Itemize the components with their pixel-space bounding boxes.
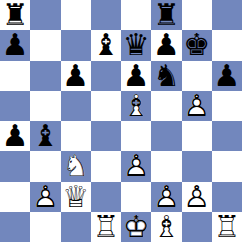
square-h1[interactable]: ♜♖ (212, 212, 242, 242)
square-b4[interactable]: ♝ (30, 121, 60, 151)
square-a6[interactable] (0, 61, 30, 91)
square-a4[interactable]: ♟ (0, 121, 30, 151)
square-g4[interactable] (182, 121, 212, 151)
square-f2[interactable]: ♟♙ (151, 182, 181, 212)
piece-white-pawn: ♙ (182, 91, 212, 121)
square-c2[interactable]: ♛♕ (61, 182, 91, 212)
square-g3[interactable] (182, 151, 212, 181)
piece-black-pawn: ♟ (61, 61, 91, 91)
square-e7[interactable]: ♛ (121, 30, 151, 60)
square-d8[interactable] (91, 0, 121, 30)
square-g2[interactable]: ♟♙ (182, 182, 212, 212)
square-b7[interactable] (30, 30, 60, 60)
square-h7[interactable] (212, 30, 242, 60)
square-d4[interactable] (91, 121, 121, 151)
square-e5[interactable]: ♝♗ (121, 91, 151, 121)
square-g1[interactable] (182, 212, 212, 242)
piece-white-bishop: ♗ (121, 91, 151, 121)
square-h8[interactable] (212, 0, 242, 30)
square-e4[interactable] (121, 121, 151, 151)
square-f5[interactable] (151, 91, 181, 121)
square-b5[interactable] (30, 91, 60, 121)
square-h4[interactable] (212, 121, 242, 151)
square-g8[interactable] (182, 0, 212, 30)
square-f1[interactable]: ♝♗ (151, 212, 181, 242)
square-g5[interactable]: ♟♙ (182, 91, 212, 121)
square-a3[interactable] (0, 151, 30, 181)
piece-black-pawn: ♟ (121, 61, 151, 91)
piece-white-pawn: ♙ (30, 182, 60, 212)
square-d2[interactable] (91, 182, 121, 212)
piece-white-rook: ♖ (91, 212, 121, 242)
square-c4[interactable] (61, 121, 91, 151)
square-b2[interactable]: ♟♙ (30, 182, 60, 212)
square-c3[interactable]: ♞♘ (61, 151, 91, 181)
square-g6[interactable] (182, 61, 212, 91)
square-f6[interactable]: ♞ (151, 61, 181, 91)
square-e3[interactable]: ♟♙ (121, 151, 151, 181)
piece-white-rook: ♖ (212, 212, 242, 242)
piece-black-rook: ♜ (0, 0, 30, 30)
piece-white-knight: ♘ (61, 151, 91, 181)
piece-black-queen: ♛ (121, 30, 151, 60)
square-e6[interactable]: ♟ (121, 61, 151, 91)
piece-white-bishop: ♗ (151, 212, 181, 242)
square-f3[interactable] (151, 151, 181, 181)
piece-black-bishop: ♝ (30, 121, 60, 151)
square-d6[interactable] (91, 61, 121, 91)
square-h5[interactable] (212, 91, 242, 121)
piece-white-pawn: ♙ (151, 182, 181, 212)
square-d3[interactable] (91, 151, 121, 181)
square-h6[interactable]: ♟ (212, 61, 242, 91)
square-g7[interactable]: ♚ (182, 30, 212, 60)
chess-board: ♜♜♟♝♛♟♚♟♟♞♟♝♗♟♙♟♝♞♘♟♙♟♙♛♕♟♙♟♙♜♖♚♔♝♗♜♖ (0, 0, 242, 242)
square-d5[interactable] (91, 91, 121, 121)
square-c8[interactable] (61, 0, 91, 30)
square-h2[interactable] (212, 182, 242, 212)
square-d7[interactable]: ♝ (91, 30, 121, 60)
piece-white-pawn: ♙ (121, 151, 151, 181)
square-c5[interactable] (61, 91, 91, 121)
square-c6[interactable]: ♟ (61, 61, 91, 91)
piece-black-bishop: ♝ (91, 30, 121, 60)
piece-white-king: ♔ (121, 212, 151, 242)
square-b6[interactable] (30, 61, 60, 91)
square-e2[interactable] (121, 182, 151, 212)
piece-black-knight: ♞ (151, 61, 181, 91)
square-a2[interactable] (0, 182, 30, 212)
piece-black-pawn: ♟ (0, 30, 30, 60)
square-e1[interactable]: ♚♔ (121, 212, 151, 242)
square-h3[interactable] (212, 151, 242, 181)
square-a5[interactable] (0, 91, 30, 121)
square-c1[interactable] (61, 212, 91, 242)
square-b3[interactable] (30, 151, 60, 181)
square-c7[interactable] (61, 30, 91, 60)
piece-white-queen: ♕ (61, 182, 91, 212)
square-e8[interactable] (121, 0, 151, 30)
square-f7[interactable]: ♟ (151, 30, 181, 60)
piece-white-pawn: ♙ (182, 182, 212, 212)
square-f4[interactable] (151, 121, 181, 151)
square-b8[interactable] (30, 0, 60, 30)
square-a7[interactable]: ♟ (0, 30, 30, 60)
square-a1[interactable] (0, 212, 30, 242)
piece-black-pawn: ♟ (212, 61, 242, 91)
chess-app: ♜♜♟♝♛♟♚♟♟♞♟♝♗♟♙♟♝♞♘♟♙♟♙♛♕♟♙♟♙♜♖♚♔♝♗♜♖ (0, 0, 242, 242)
square-d1[interactable]: ♜♖ (91, 212, 121, 242)
piece-black-pawn: ♟ (151, 30, 181, 60)
piece-black-king: ♚ (182, 30, 212, 60)
square-f8[interactable]: ♜ (151, 0, 181, 30)
square-a8[interactable]: ♜ (0, 0, 30, 30)
piece-black-rook: ♜ (151, 0, 181, 30)
piece-black-pawn: ♟ (0, 121, 30, 151)
square-b1[interactable] (30, 212, 60, 242)
